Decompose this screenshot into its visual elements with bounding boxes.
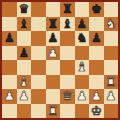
square-b8[interactable]: ♛ bbox=[17, 2, 32, 17]
square-h6[interactable] bbox=[104, 31, 119, 46]
square-h7[interactable]: ♞ bbox=[104, 17, 119, 32]
piece-black-pawn[interactable]: ♟ bbox=[18, 46, 29, 60]
piece-black-bishop[interactable]: ♝ bbox=[62, 17, 73, 31]
square-d3[interactable] bbox=[46, 75, 61, 90]
chess-board: ♛♜♚♝♜♝♟♞♟♟♞♟♟♟♝♝♜♟♟♛♟♟♟♜♚ bbox=[0, 0, 120, 120]
square-h5[interactable] bbox=[104, 46, 119, 61]
piece-black-rook[interactable]: ♜ bbox=[62, 2, 73, 16]
square-d4[interactable] bbox=[46, 60, 61, 75]
square-b6[interactable] bbox=[17, 31, 32, 46]
square-d2[interactable] bbox=[46, 89, 61, 104]
square-f8[interactable] bbox=[75, 2, 90, 17]
piece-black-bishop[interactable]: ♝ bbox=[18, 17, 29, 31]
square-d8[interactable] bbox=[46, 2, 61, 17]
piece-white-pawn[interactable]: ♟ bbox=[18, 89, 29, 103]
square-c1[interactable] bbox=[31, 104, 46, 119]
square-c8[interactable] bbox=[31, 2, 46, 17]
square-c6[interactable] bbox=[31, 31, 46, 46]
piece-white-pawn[interactable]: ♟ bbox=[105, 89, 116, 103]
square-f2[interactable]: ♟ bbox=[75, 89, 90, 104]
piece-black-pawn[interactable]: ♟ bbox=[47, 31, 58, 45]
square-h8[interactable] bbox=[104, 2, 119, 17]
square-b1[interactable] bbox=[17, 104, 32, 119]
square-c7[interactable] bbox=[31, 17, 46, 32]
square-a2[interactable]: ♟ bbox=[2, 89, 17, 104]
piece-white-pawn[interactable]: ♟ bbox=[47, 46, 58, 60]
square-a5[interactable] bbox=[2, 46, 17, 61]
square-e2[interactable]: ♛ bbox=[60, 89, 75, 104]
square-e3[interactable] bbox=[60, 75, 75, 90]
square-f6[interactable]: ♞ bbox=[75, 31, 90, 46]
square-b4[interactable] bbox=[17, 60, 32, 75]
square-a8[interactable] bbox=[2, 2, 17, 17]
square-g3[interactable] bbox=[89, 75, 104, 90]
square-f5[interactable] bbox=[75, 46, 90, 61]
square-g2[interactable]: ♟ bbox=[89, 89, 104, 104]
square-e1[interactable] bbox=[60, 104, 75, 119]
square-b3[interactable]: ♝ bbox=[17, 75, 32, 90]
square-d1[interactable]: ♜ bbox=[46, 104, 61, 119]
square-d6[interactable]: ♟ bbox=[46, 31, 61, 46]
piece-black-knight[interactable]: ♞ bbox=[76, 31, 87, 45]
piece-white-rook[interactable]: ♜ bbox=[105, 75, 116, 89]
piece-white-pawn[interactable]: ♟ bbox=[76, 89, 87, 103]
square-a3[interactable] bbox=[2, 75, 17, 90]
piece-black-king[interactable]: ♚ bbox=[91, 2, 102, 16]
square-f4[interactable]: ♝ bbox=[75, 60, 90, 75]
piece-black-pawn[interactable]: ♟ bbox=[91, 31, 102, 45]
square-e7[interactable]: ♝ bbox=[60, 17, 75, 32]
square-b2[interactable]: ♟ bbox=[17, 89, 32, 104]
square-a7[interactable] bbox=[2, 17, 17, 32]
square-b5[interactable]: ♟ bbox=[17, 46, 32, 61]
square-c5[interactable] bbox=[31, 46, 46, 61]
square-g6[interactable]: ♟ bbox=[89, 31, 104, 46]
piece-black-queen[interactable]: ♛ bbox=[18, 2, 29, 16]
square-g1[interactable]: ♚ bbox=[89, 104, 104, 119]
square-c4[interactable] bbox=[31, 60, 46, 75]
piece-white-pawn[interactable]: ♟ bbox=[4, 89, 15, 103]
square-c2[interactable] bbox=[31, 89, 46, 104]
piece-white-queen[interactable]: ♛ bbox=[62, 89, 73, 103]
square-h2[interactable]: ♟ bbox=[104, 89, 119, 104]
piece-white-bishop[interactable]: ♝ bbox=[76, 60, 87, 74]
square-f7[interactable]: ♟ bbox=[75, 17, 90, 32]
square-e8[interactable]: ♜ bbox=[60, 2, 75, 17]
piece-black-pawn[interactable]: ♟ bbox=[4, 31, 15, 45]
square-g4[interactable] bbox=[89, 60, 104, 75]
piece-white-king[interactable]: ♚ bbox=[91, 104, 102, 118]
square-h3[interactable]: ♜ bbox=[104, 75, 119, 90]
square-h4[interactable] bbox=[104, 60, 119, 75]
square-e6[interactable] bbox=[60, 31, 75, 46]
piece-white-rook[interactable]: ♜ bbox=[47, 104, 58, 118]
chess-board-grid: ♛♜♚♝♜♝♟♞♟♟♞♟♟♟♝♝♜♟♟♛♟♟♟♜♚ bbox=[2, 2, 118, 118]
square-e4[interactable] bbox=[60, 60, 75, 75]
square-e5[interactable] bbox=[60, 46, 75, 61]
square-g8[interactable]: ♚ bbox=[89, 2, 104, 17]
square-f1[interactable] bbox=[75, 104, 90, 119]
square-f3[interactable] bbox=[75, 75, 90, 90]
square-c3[interactable] bbox=[31, 75, 46, 90]
square-a1[interactable] bbox=[2, 104, 17, 119]
square-d5[interactable]: ♟ bbox=[46, 46, 61, 61]
square-g5[interactable] bbox=[89, 46, 104, 61]
square-d7[interactable]: ♜ bbox=[46, 17, 61, 32]
square-h1[interactable] bbox=[104, 104, 119, 119]
piece-black-rook[interactable]: ♜ bbox=[47, 17, 58, 31]
square-b7[interactable]: ♝ bbox=[17, 17, 32, 32]
piece-white-bishop[interactable]: ♝ bbox=[18, 75, 29, 89]
square-a6[interactable]: ♟ bbox=[2, 31, 17, 46]
piece-black-pawn[interactable]: ♟ bbox=[76, 17, 87, 31]
piece-white-knight[interactable]: ♞ bbox=[105, 17, 116, 31]
square-a4[interactable] bbox=[2, 60, 17, 75]
square-g7[interactable] bbox=[89, 17, 104, 32]
piece-white-pawn[interactable]: ♟ bbox=[91, 89, 102, 103]
